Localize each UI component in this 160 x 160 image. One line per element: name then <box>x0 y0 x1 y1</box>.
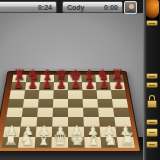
square-c6[interactable] <box>39 90 54 98</box>
white-b-piece[interactable]: ♝ <box>86 131 101 148</box>
chessboard-grid[interactable]: ♜♞♝♛♚♝♞♜♟♟♟♟♟♟♟♟♟♟♟♟♟♟♟♟♜♞♝♛♚♝♞♜ <box>1 75 132 148</box>
square-d5[interactable] <box>53 99 68 108</box>
square-f6[interactable] <box>82 90 97 98</box>
square-g7[interactable]: ♟ <box>96 82 111 90</box>
square-c7[interactable]: ♟ <box>39 82 54 90</box>
sidebar-button-3[interactable] <box>146 82 158 88</box>
right-player-clock: 0:00 <box>104 4 118 11</box>
square-b4[interactable] <box>22 108 38 117</box>
square-b7[interactable]: ♟ <box>25 82 40 90</box>
square-f5[interactable] <box>83 99 98 108</box>
right-player-name: Cody <box>67 4 85 11</box>
square-h1[interactable]: ♜ <box>117 137 135 148</box>
lock-body <box>147 100 157 108</box>
square-d7[interactable]: ♟ <box>54 82 68 90</box>
lock-icon[interactable] <box>147 95 157 108</box>
square-d6[interactable] <box>53 90 68 98</box>
white-b-piece[interactable]: ♝ <box>36 131 51 148</box>
square-d1[interactable]: ♛ <box>51 137 68 148</box>
black-p-piece[interactable]: ♟ <box>99 79 109 90</box>
left-player-clock-bar: 0:24 <box>0 1 57 13</box>
left-player-clock: 0:24 <box>38 4 52 11</box>
black-p-piece[interactable]: ♟ <box>113 79 123 90</box>
square-h4[interactable] <box>113 108 130 117</box>
square-e4[interactable] <box>68 108 83 117</box>
square-e1[interactable]: ♚ <box>68 137 85 148</box>
square-h6[interactable] <box>111 90 127 98</box>
square-e7[interactable]: ♟ <box>68 82 82 90</box>
white-r-piece[interactable]: ♜ <box>2 131 17 148</box>
square-a4[interactable] <box>6 108 23 117</box>
square-b6[interactable] <box>24 90 39 98</box>
square-b1[interactable]: ♞ <box>18 137 36 148</box>
black-p-piece[interactable]: ♟ <box>56 79 66 90</box>
sidebar-button-1[interactable] <box>146 20 158 26</box>
square-e6[interactable] <box>68 90 83 98</box>
white-q-piece[interactable]: ♛ <box>52 131 67 148</box>
square-g1[interactable]: ♞ <box>101 137 119 148</box>
square-g6[interactable] <box>97 90 112 98</box>
black-p-piece[interactable]: ♟ <box>13 79 23 90</box>
square-e5[interactable] <box>68 99 83 108</box>
right-player-bar: Cody 0:00 <box>62 1 123 13</box>
square-a1[interactable]: ♜ <box>1 137 19 148</box>
square-a6[interactable] <box>9 90 25 98</box>
sidebar-panel <box>143 0 160 160</box>
sidebar-button-5[interactable] <box>146 128 158 137</box>
square-a5[interactable] <box>8 99 24 108</box>
chess-app-window: ♜♞♝♛♚♝♞♜♟♟♟♟♟♟♟♟♟♟♟♟♟♟♟♟♜♞♝♛♚♝♞♜ 0:24 Co… <box>0 0 160 160</box>
chessboard-frame: ♜♞♝♛♚♝♞♜♟♟♟♟♟♟♟♟♟♟♟♟♟♟♟♟♜♞♝♛♚♝♞♜ <box>0 71 141 151</box>
square-f4[interactable] <box>83 108 99 117</box>
square-g4[interactable] <box>98 108 114 117</box>
square-b5[interactable] <box>23 99 39 108</box>
square-h5[interactable] <box>112 99 128 108</box>
avatar-face <box>129 4 134 9</box>
white-k-piece[interactable]: ♚ <box>69 131 84 148</box>
wooden-knight-decoration <box>146 0 159 21</box>
player-avatar[interactable] <box>124 1 137 14</box>
square-d4[interactable] <box>53 108 68 117</box>
square-c5[interactable] <box>38 99 53 108</box>
black-p-piece[interactable]: ♟ <box>27 79 37 90</box>
3d-scene-background: ♜♞♝♛♚♝♞♜♟♟♟♟♟♟♟♟♟♟♟♟♟♟♟♟♜♞♝♛♚♝♞♜ <box>0 13 143 160</box>
square-h7[interactable]: ♟ <box>110 82 125 90</box>
sidebar-button-6[interactable] <box>146 141 158 148</box>
square-c4[interactable] <box>37 108 53 117</box>
white-n-piece[interactable]: ♞ <box>102 131 117 148</box>
avatar-torso <box>127 10 135 15</box>
square-c1[interactable]: ♝ <box>35 137 52 148</box>
sidebar-button-2[interactable] <box>146 73 158 79</box>
square-f7[interactable]: ♟ <box>82 82 97 90</box>
white-r-piece[interactable]: ♜ <box>119 131 134 148</box>
black-p-piece[interactable]: ♟ <box>84 79 94 90</box>
white-n-piece[interactable]: ♞ <box>19 131 34 148</box>
black-p-piece[interactable]: ♟ <box>41 79 51 90</box>
sidebar-button-4[interactable] <box>146 119 158 125</box>
black-p-piece[interactable]: ♟ <box>70 79 80 90</box>
square-f1[interactable]: ♝ <box>84 137 101 148</box>
square-a7[interactable]: ♟ <box>11 82 26 90</box>
square-g5[interactable] <box>97 99 113 108</box>
